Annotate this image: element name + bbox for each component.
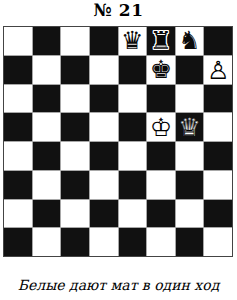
square-h8[interactable] [204, 27, 232, 55]
square-d8[interactable] [90, 27, 118, 55]
square-d1[interactable] [90, 228, 118, 256]
square-c7[interactable] [61, 56, 89, 84]
square-f6[interactable] [147, 85, 175, 113]
piece-black-queen[interactable]: ♛ [119, 27, 147, 55]
puzzle-number: № 21 [0, 0, 237, 20]
square-b6[interactable] [33, 85, 61, 113]
square-a4[interactable] [4, 142, 32, 170]
square-c1[interactable] [61, 228, 89, 256]
square-f7[interactable]: ♚ [147, 56, 175, 84]
square-b3[interactable] [33, 171, 61, 199]
piece-black-king[interactable]: ♚ [147, 56, 175, 84]
square-b7[interactable] [33, 56, 61, 84]
square-g8[interactable]: ♞ [176, 27, 204, 55]
square-d6[interactable] [90, 85, 118, 113]
square-c4[interactable] [61, 142, 89, 170]
square-b4[interactable] [33, 142, 61, 170]
square-f4[interactable] [147, 142, 175, 170]
piece-white-king[interactable]: ♚♔ [147, 113, 175, 141]
square-g3[interactable] [176, 171, 204, 199]
white-king-icon: ♔ [150, 115, 172, 140]
square-a7[interactable] [4, 56, 32, 84]
square-a6[interactable] [4, 85, 32, 113]
square-h6[interactable] [204, 85, 232, 113]
white-queen-icon: ♕ [178, 115, 200, 140]
square-c2[interactable] [61, 200, 89, 228]
square-a3[interactable] [4, 171, 32, 199]
square-h4[interactable] [204, 142, 232, 170]
square-e8[interactable]: ♛ [119, 27, 147, 55]
black-knight-icon: ♞ [178, 28, 200, 53]
square-h7[interactable]: ♟♙ [204, 56, 232, 84]
square-f2[interactable] [147, 200, 175, 228]
square-e7[interactable] [119, 56, 147, 84]
square-e1[interactable] [119, 228, 147, 256]
black-queen-icon: ♛ [121, 28, 143, 53]
square-a1[interactable] [4, 228, 32, 256]
square-d5[interactable] [90, 113, 118, 141]
square-d4[interactable] [90, 142, 118, 170]
square-f5[interactable]: ♚♔ [147, 113, 175, 141]
square-h3[interactable] [204, 171, 232, 199]
piece-white-queen[interactable]: ♛♕ [176, 113, 204, 141]
square-d2[interactable] [90, 200, 118, 228]
square-b5[interactable] [33, 113, 61, 141]
square-f1[interactable] [147, 228, 175, 256]
square-g4[interactable] [176, 142, 204, 170]
square-a5[interactable] [4, 113, 32, 141]
piece-black-knight[interactable]: ♞ [176, 27, 204, 55]
square-h2[interactable] [204, 200, 232, 228]
square-g1[interactable] [176, 228, 204, 256]
square-g7[interactable] [176, 56, 204, 84]
square-g6[interactable] [176, 85, 204, 113]
square-c6[interactable] [61, 85, 89, 113]
square-b2[interactable] [33, 200, 61, 228]
square-g5[interactable]: ♛♕ [176, 113, 204, 141]
square-b8[interactable] [33, 27, 61, 55]
square-e2[interactable] [119, 200, 147, 228]
square-h5[interactable] [204, 113, 232, 141]
black-king-icon: ♚ [150, 57, 172, 82]
square-c5[interactable] [61, 113, 89, 141]
square-c3[interactable] [61, 171, 89, 199]
puzzle-caption: Белые дают мат в один ход [0, 277, 237, 293]
square-f3[interactable] [147, 171, 175, 199]
square-c8[interactable] [61, 27, 89, 55]
square-d7[interactable] [90, 56, 118, 84]
square-h1[interactable] [204, 228, 232, 256]
square-b1[interactable] [33, 228, 61, 256]
black-rook-icon: ♜ [150, 28, 172, 53]
square-e4[interactable] [119, 142, 147, 170]
square-e5[interactable] [119, 113, 147, 141]
piece-black-rook[interactable]: ♜ [147, 27, 175, 55]
square-e6[interactable] [119, 85, 147, 113]
square-a8[interactable] [4, 27, 32, 55]
square-d3[interactable] [90, 171, 118, 199]
square-f8[interactable]: ♜ [147, 27, 175, 55]
square-e3[interactable] [119, 171, 147, 199]
chess-board: ♛♜♞♚♟♙♚♔♛♕ [3, 26, 233, 257]
piece-white-pawn[interactable]: ♟♙ [204, 56, 232, 84]
square-a2[interactable] [4, 200, 32, 228]
white-pawn-icon: ♙ [207, 57, 229, 82]
square-g2[interactable] [176, 200, 204, 228]
